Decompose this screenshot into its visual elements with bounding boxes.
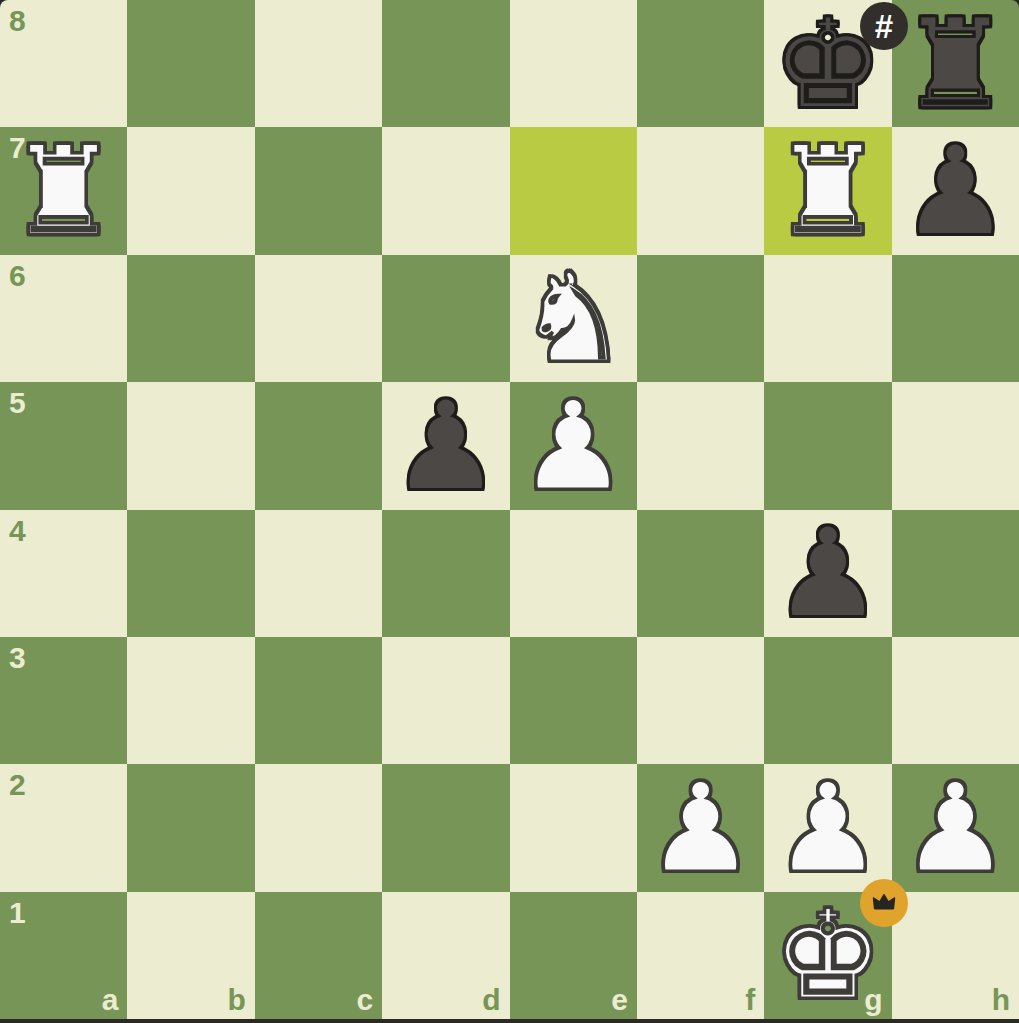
square-h8[interactable]: ♜: [892, 0, 1019, 127]
square-f5[interactable]: [637, 382, 764, 509]
square-d3[interactable]: [382, 637, 509, 764]
piece-white-pawn[interactable]: ♟: [764, 764, 891, 891]
winner-crown-icon: [869, 888, 899, 918]
square-f7[interactable]: [637, 127, 764, 254]
square-d1[interactable]: d: [382, 892, 509, 1019]
rank-label-5: 5: [9, 388, 26, 418]
square-c8[interactable]: [255, 0, 382, 127]
file-label-b: b: [227, 985, 245, 1015]
square-h7[interactable]: ♟: [892, 127, 1019, 254]
square-d6[interactable]: [382, 255, 509, 382]
square-a2[interactable]: 2: [0, 764, 127, 891]
piece-white-pawn[interactable]: ♟: [510, 382, 637, 509]
square-d2[interactable]: [382, 764, 509, 891]
square-b3[interactable]: [127, 637, 254, 764]
square-b8[interactable]: [127, 0, 254, 127]
square-a6[interactable]: 6: [0, 255, 127, 382]
square-h6[interactable]: [892, 255, 1019, 382]
square-a7[interactable]: 7♜: [0, 127, 127, 254]
square-g3[interactable]: [764, 637, 891, 764]
square-g5[interactable]: [764, 382, 891, 509]
square-c1[interactable]: c: [255, 892, 382, 1019]
square-f4[interactable]: [637, 510, 764, 637]
window-edge: [0, 1019, 1019, 1023]
square-e6[interactable]: ♞: [510, 255, 637, 382]
square-b2[interactable]: [127, 764, 254, 891]
square-f8[interactable]: [637, 0, 764, 127]
square-d8[interactable]: [382, 0, 509, 127]
winner-badge: [860, 879, 908, 927]
square-c5[interactable]: [255, 382, 382, 509]
square-b4[interactable]: [127, 510, 254, 637]
piece-white-rook[interactable]: ♜: [0, 127, 127, 254]
square-h5[interactable]: [892, 382, 1019, 509]
square-b1[interactable]: b: [127, 892, 254, 1019]
file-label-e: e: [611, 985, 628, 1015]
square-f2[interactable]: ♟: [637, 764, 764, 891]
square-a8[interactable]: 8: [0, 0, 127, 127]
file-label-c: c: [356, 985, 373, 1015]
rank-label-4: 4: [9, 516, 26, 546]
piece-white-knight[interactable]: ♞: [510, 255, 637, 382]
piece-white-pawn[interactable]: ♟: [637, 764, 764, 891]
rank-label-2: 2: [9, 770, 26, 800]
square-c6[interactable]: [255, 255, 382, 382]
square-g2[interactable]: ♟: [764, 764, 891, 891]
square-c3[interactable]: [255, 637, 382, 764]
piece-white-rook[interactable]: ♜: [764, 127, 891, 254]
square-g4[interactable]: ♟: [764, 510, 891, 637]
piece-black-pawn[interactable]: ♟: [382, 382, 509, 509]
rank-label-6: 6: [9, 261, 26, 291]
square-e8[interactable]: [510, 0, 637, 127]
square-h2[interactable]: ♟: [892, 764, 1019, 891]
checkmate-badge: #: [860, 2, 908, 50]
square-d7[interactable]: [382, 127, 509, 254]
rank-label-8: 8: [9, 6, 26, 36]
square-g7[interactable]: ♜: [764, 127, 891, 254]
rank-label-1: 1: [9, 898, 26, 928]
square-a5[interactable]: 5: [0, 382, 127, 509]
square-g6[interactable]: [764, 255, 891, 382]
square-a4[interactable]: 4: [0, 510, 127, 637]
piece-black-pawn[interactable]: ♟: [892, 127, 1019, 254]
square-e1[interactable]: e: [510, 892, 637, 1019]
square-a3[interactable]: 3: [0, 637, 127, 764]
square-f3[interactable]: [637, 637, 764, 764]
square-b5[interactable]: [127, 382, 254, 509]
square-d5[interactable]: ♟: [382, 382, 509, 509]
square-h3[interactable]: [892, 637, 1019, 764]
square-e2[interactable]: [510, 764, 637, 891]
square-e7[interactable]: [510, 127, 637, 254]
file-label-d: d: [482, 985, 500, 1015]
square-f6[interactable]: [637, 255, 764, 382]
file-label-f: f: [745, 985, 755, 1015]
piece-black-rook[interactable]: ♜: [892, 0, 1019, 127]
square-b6[interactable]: [127, 255, 254, 382]
square-h1[interactable]: h: [892, 892, 1019, 1019]
square-e3[interactable]: [510, 637, 637, 764]
square-b7[interactable]: [127, 127, 254, 254]
square-d4[interactable]: [382, 510, 509, 637]
square-c2[interactable]: [255, 764, 382, 891]
square-e4[interactable]: [510, 510, 637, 637]
square-a1[interactable]: 1a: [0, 892, 127, 1019]
piece-black-pawn[interactable]: ♟: [764, 510, 891, 637]
square-f1[interactable]: f: [637, 892, 764, 1019]
square-c4[interactable]: [255, 510, 382, 637]
rank-label-3: 3: [9, 643, 26, 673]
square-e5[interactable]: ♟: [510, 382, 637, 509]
file-label-a: a: [102, 985, 119, 1015]
chess-board[interactable]: # 8♚♜7♜♜♟6♞5♟♟4♟32♟♟♟1abcdefg♚h: [0, 0, 1019, 1019]
square-h4[interactable]: [892, 510, 1019, 637]
square-c7[interactable]: [255, 127, 382, 254]
checkmate-hash-icon: #: [875, 10, 893, 43]
piece-white-pawn[interactable]: ♟: [892, 764, 1019, 891]
file-label-h: h: [992, 985, 1010, 1015]
